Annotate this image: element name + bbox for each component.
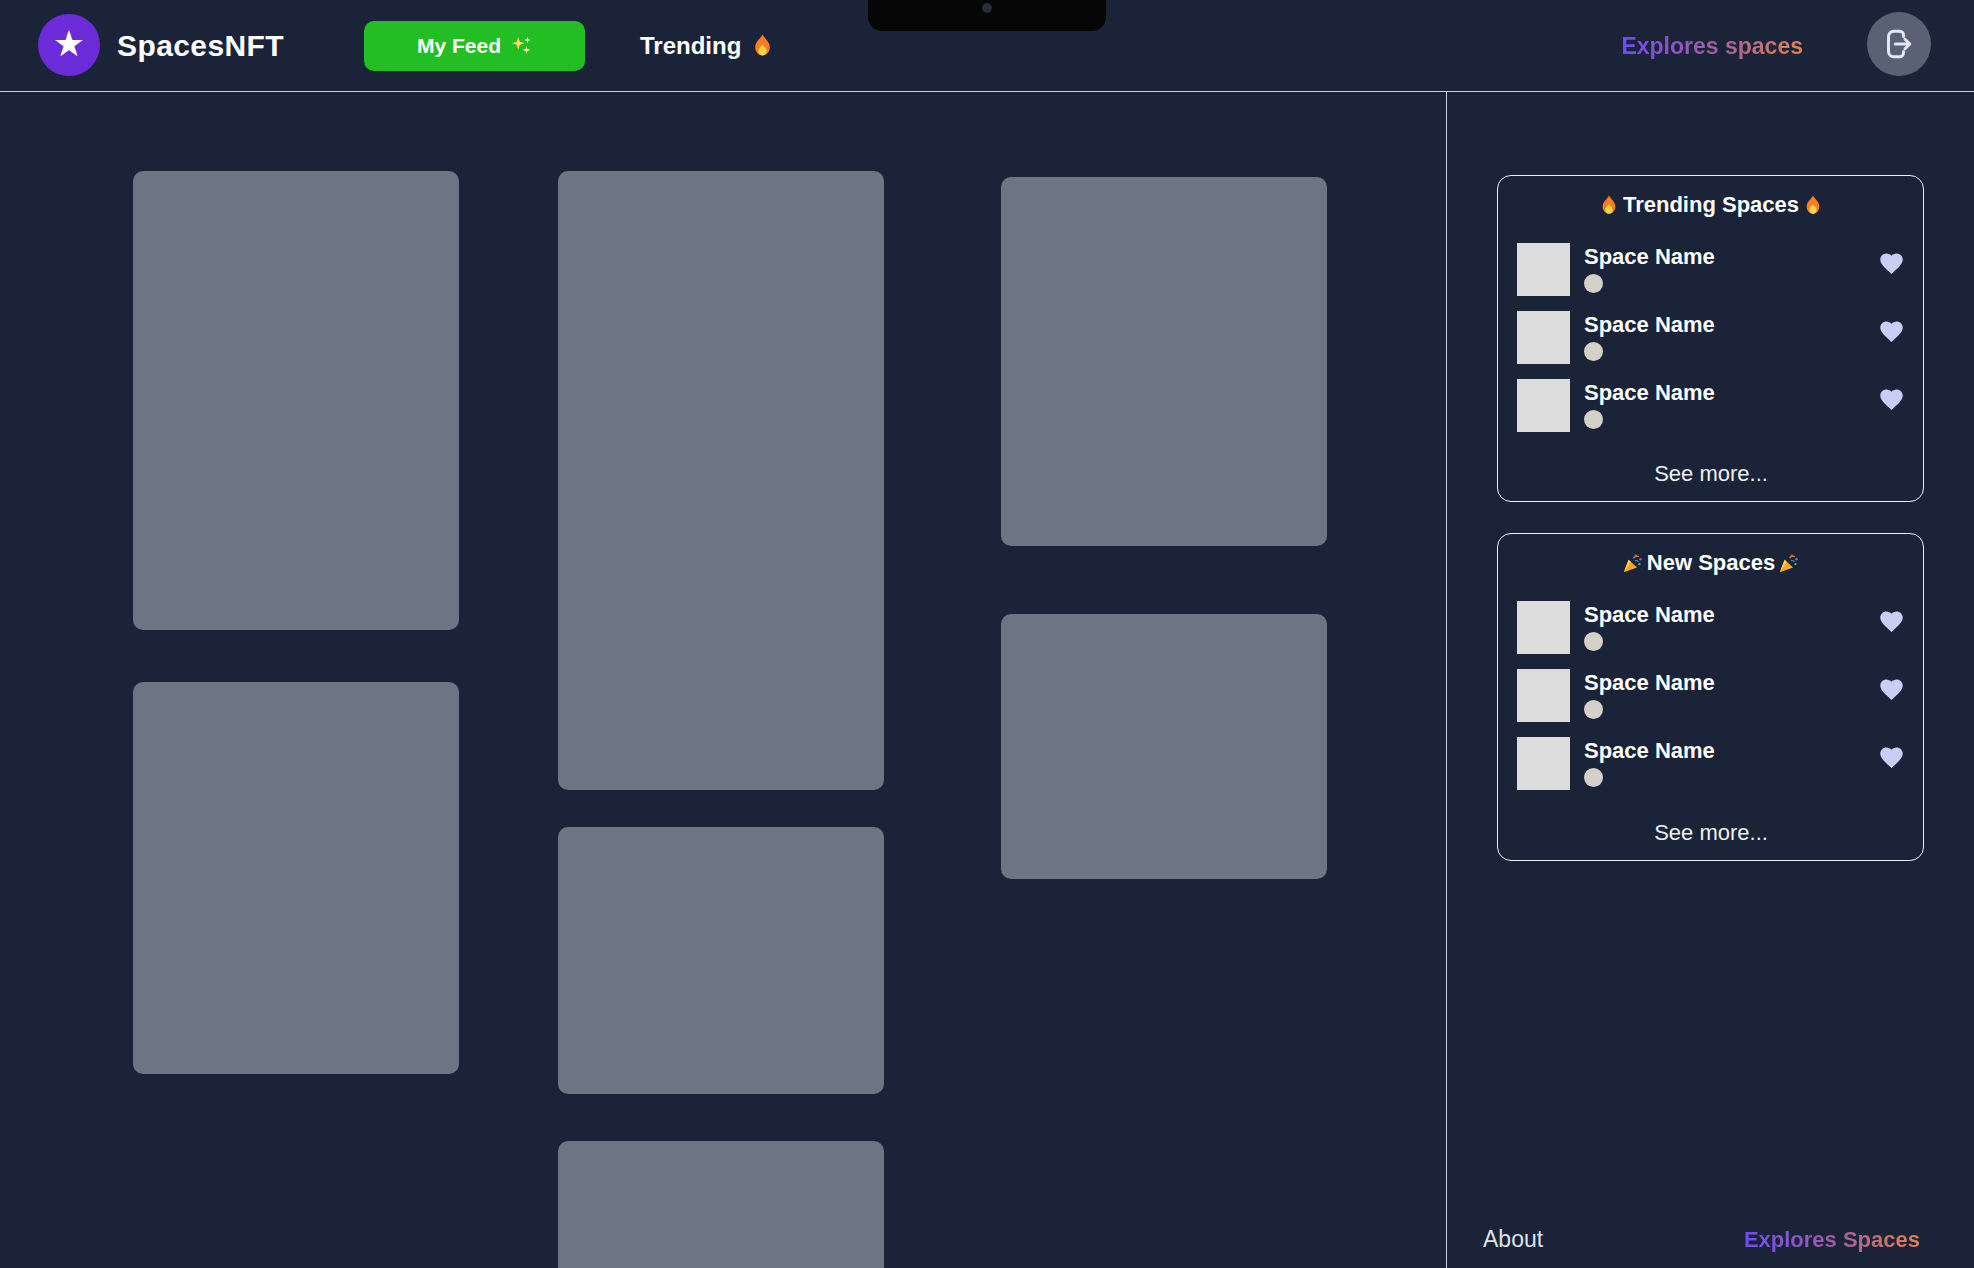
star-icon: ★ xyxy=(53,26,85,62)
my-feed-button[interactable]: My Feed xyxy=(364,21,585,71)
heart-icon[interactable] xyxy=(1878,318,1905,345)
space-thumbnail xyxy=(1517,669,1570,722)
creator-avatar-dot xyxy=(1584,632,1603,651)
creator-avatar-dot xyxy=(1584,700,1603,719)
feed-card-placeholder[interactable] xyxy=(558,827,884,1094)
creator-avatar-dot xyxy=(1584,274,1603,293)
trending-spaces-title-text: Trending Spaces xyxy=(1623,192,1799,218)
camera-dot xyxy=(982,3,992,13)
content-area: Trending Spaces Space Name Space Name Sp… xyxy=(0,92,1974,1268)
feed-card-placeholder[interactable] xyxy=(133,682,459,1074)
trending-spaces-card: Trending Spaces Space Name Space Name Sp… xyxy=(1497,175,1924,502)
space-name: Space Name xyxy=(1584,602,1715,627)
brand-title[interactable]: SpacesNFT xyxy=(117,29,284,63)
explores-spaces-footer-link[interactable]: Explores Spaces xyxy=(1744,1227,1920,1253)
space-meta: Space Name xyxy=(1584,601,1715,651)
new-spaces-list: Space Name Space Name Space Name xyxy=(1517,601,1905,805)
feed-column xyxy=(1001,171,1327,879)
feed-card-placeholder[interactable] xyxy=(1001,614,1327,879)
heart-icon[interactable] xyxy=(1878,744,1905,771)
about-link[interactable]: About xyxy=(1483,1226,1543,1253)
sidebar: Trending Spaces Space Name Space Name Sp… xyxy=(1446,92,1974,1268)
trending-spaces-title: Trending Spaces xyxy=(1517,192,1905,218)
creator-avatar-dot xyxy=(1584,410,1603,429)
explores-spaces-link[interactable]: Explores spaces xyxy=(1621,32,1803,59)
creator-avatar-dot xyxy=(1584,768,1603,787)
space-list-item[interactable]: Space Name xyxy=(1517,311,1905,364)
space-meta: Space Name xyxy=(1584,311,1715,361)
feed-card-placeholder[interactable] xyxy=(1001,177,1327,546)
party-popper-icon xyxy=(1778,552,1800,574)
space-name: Space Name xyxy=(1584,738,1715,763)
space-thumbnail xyxy=(1517,379,1570,432)
app-logo[interactable]: ★ xyxy=(38,14,100,76)
creator-avatar-dot xyxy=(1584,342,1603,361)
see-more-link[interactable]: See more... xyxy=(1517,461,1905,487)
space-list-item[interactable]: Space Name xyxy=(1517,737,1905,790)
heart-icon[interactable] xyxy=(1878,608,1905,635)
fire-icon xyxy=(1598,194,1620,216)
see-more-link[interactable]: See more... xyxy=(1517,820,1905,846)
tab-trending[interactable]: Trending xyxy=(640,32,775,60)
heart-icon[interactable] xyxy=(1878,676,1905,703)
space-meta: Space Name xyxy=(1584,379,1715,429)
space-name: Space Name xyxy=(1584,312,1715,337)
feed-column xyxy=(133,171,459,1074)
sidebar-footer: About Explores Spaces xyxy=(1447,1226,1974,1268)
space-thumbnail xyxy=(1517,601,1570,654)
space-list-item[interactable]: Space Name xyxy=(1517,379,1905,432)
trending-spaces-list: Space Name Space Name Space Name xyxy=(1517,243,1905,447)
feed-card-placeholder[interactable] xyxy=(558,171,884,790)
space-list-item[interactable]: Space Name xyxy=(1517,601,1905,654)
camera-notch xyxy=(868,0,1106,31)
space-thumbnail xyxy=(1517,311,1570,364)
new-spaces-card: New Spaces Space Name Space Name Space N… xyxy=(1497,533,1924,861)
fire-icon xyxy=(750,33,775,58)
feed-column xyxy=(558,171,884,1268)
fire-icon xyxy=(1802,194,1824,216)
space-list-item[interactable]: Space Name xyxy=(1517,243,1905,296)
space-meta: Space Name xyxy=(1584,243,1715,293)
new-spaces-title: New Spaces xyxy=(1517,550,1905,576)
feed-card-placeholder[interactable] xyxy=(133,171,459,630)
heart-icon[interactable] xyxy=(1878,250,1905,277)
space-name: Space Name xyxy=(1584,244,1715,269)
heart-icon[interactable] xyxy=(1878,386,1905,413)
party-popper-icon xyxy=(1622,552,1644,574)
space-name: Space Name xyxy=(1584,670,1715,695)
space-name: Space Name xyxy=(1584,380,1715,405)
new-spaces-title-text: New Spaces xyxy=(1647,550,1775,576)
trending-label: Trending xyxy=(640,32,741,60)
space-thumbnail xyxy=(1517,243,1570,296)
my-feed-label: My Feed xyxy=(417,34,501,58)
feed-grid xyxy=(0,92,1446,1268)
feed-card-placeholder[interactable] xyxy=(558,1141,884,1268)
space-list-item[interactable]: Space Name xyxy=(1517,669,1905,722)
space-meta: Space Name xyxy=(1584,737,1715,787)
space-meta: Space Name xyxy=(1584,669,1715,719)
logout-icon xyxy=(1881,26,1917,62)
logout-button[interactable] xyxy=(1867,12,1931,76)
space-thumbnail xyxy=(1517,737,1570,790)
sparkles-icon xyxy=(510,35,532,57)
